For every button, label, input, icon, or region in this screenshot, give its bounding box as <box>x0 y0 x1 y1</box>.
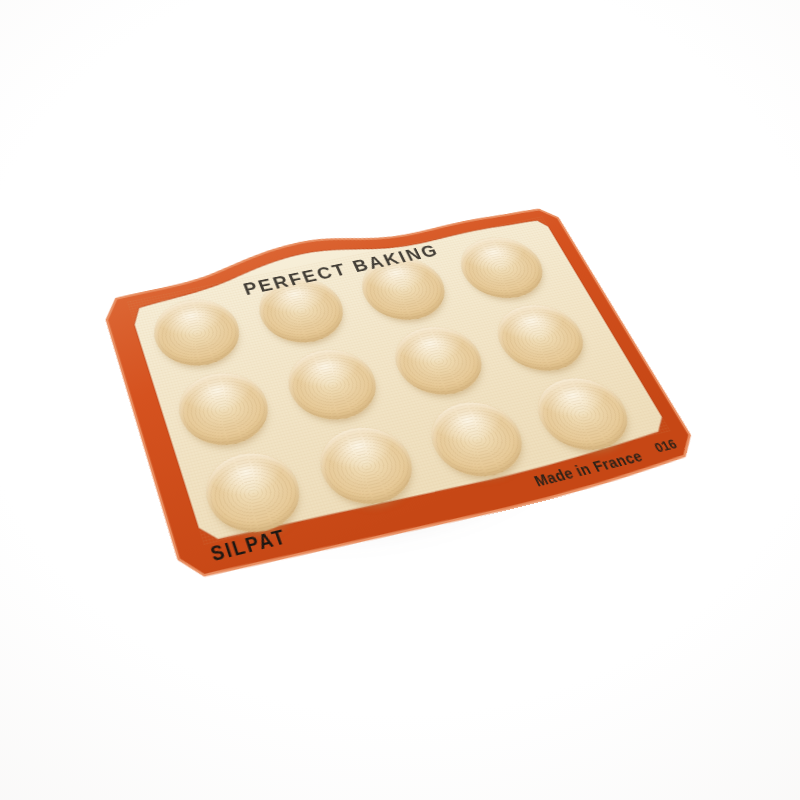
product-photo: PERFECT BAKING SILPAT Made in France 016 <box>0 0 800 800</box>
